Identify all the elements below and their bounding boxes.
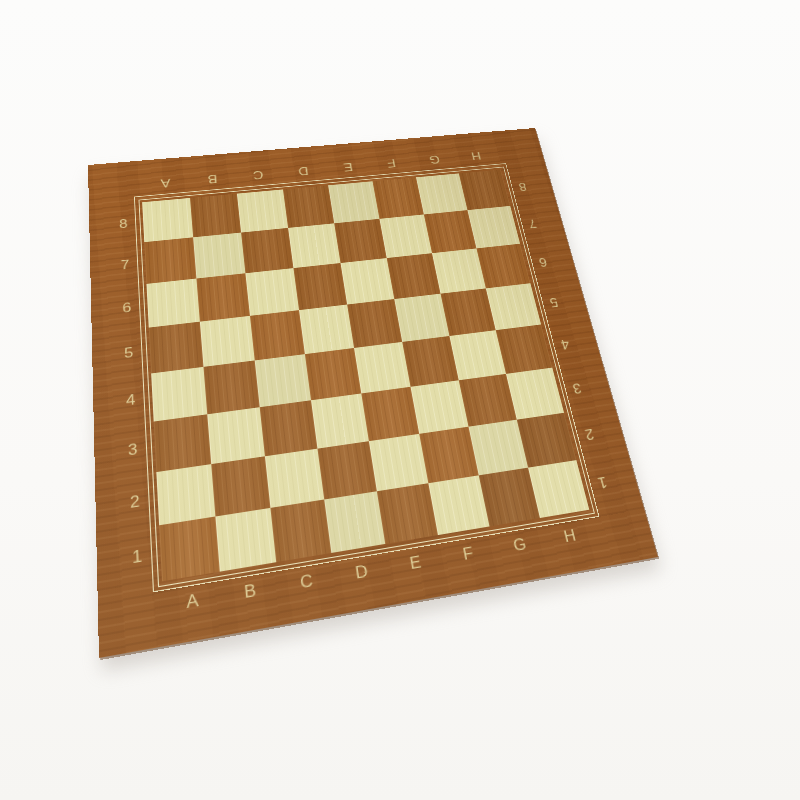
file-label-bottom-g: G [511, 534, 528, 556]
square-e5 [347, 299, 402, 348]
rank-label-right-1: 1 [595, 472, 609, 491]
square-h7 [467, 206, 520, 249]
square-f7 [379, 214, 432, 258]
square-a2 [156, 464, 215, 525]
square-c6 [245, 268, 299, 316]
square-d8 [283, 185, 334, 228]
square-d2 [317, 441, 376, 499]
square-c4 [255, 354, 311, 407]
square-b8 [190, 194, 241, 238]
file-label-top-g: G [427, 152, 440, 166]
file-label-top-h: H [470, 149, 483, 163]
file-label-bottom-e: E [408, 552, 423, 574]
file-label-top-d: D [297, 163, 309, 177]
file-label-bottom-d: D [354, 561, 370, 583]
square-h3 [506, 368, 564, 420]
rank-label-left-5: 5 [124, 344, 134, 362]
square-d1 [324, 491, 385, 553]
square-a3 [154, 414, 212, 472]
rank-label-left-7: 7 [120, 257, 130, 273]
rank-label-right-6: 6 [537, 254, 549, 269]
square-h6 [476, 244, 530, 289]
square-e7 [334, 219, 387, 263]
square-d3 [311, 393, 369, 448]
rank-label-right-2: 2 [582, 424, 595, 442]
rank-label-right-4: 4 [559, 335, 571, 352]
file-label-top-e: E [342, 160, 354, 174]
square-e8 [328, 181, 379, 223]
square-c1 [270, 499, 331, 562]
rank-label-right-8: 8 [517, 179, 528, 193]
file-label-bottom-a: A [186, 590, 200, 613]
square-h8 [459, 170, 510, 211]
square-b6 [196, 273, 250, 321]
rank-label-left-6: 6 [122, 299, 132, 316]
square-a1 [159, 516, 220, 581]
square-d5 [299, 305, 354, 355]
square-f8 [373, 177, 424, 219]
file-label-top-c: C [252, 167, 264, 181]
square-e4 [354, 342, 410, 394]
square-d4 [305, 348, 361, 400]
square-c2 [265, 449, 324, 508]
square-b1 [215, 508, 276, 572]
rank-label-left-4: 4 [126, 391, 137, 410]
square-c3 [260, 400, 318, 456]
square-d6 [293, 263, 347, 310]
square-b2 [211, 456, 270, 516]
square-b4 [203, 360, 259, 414]
square-c8 [237, 189, 288, 232]
rank-label-right-5: 5 [547, 294, 559, 310]
square-a5 [149, 322, 204, 374]
square-b3 [207, 407, 265, 464]
file-label-top-b: B [206, 171, 217, 186]
rank-label-left-3: 3 [128, 440, 139, 460]
scene: ABCDEFGH ABCDEFGH 87654321 87654321 [0, 0, 800, 800]
square-c7 [241, 228, 293, 273]
square-h5 [486, 283, 541, 330]
square-a4 [151, 367, 207, 422]
rank-label-left-2: 2 [130, 491, 141, 512]
square-a6 [146, 279, 199, 328]
square-a7 [144, 237, 196, 284]
square-f5 [394, 294, 449, 342]
file-label-top-a: A [160, 175, 171, 190]
square-f6 [387, 253, 441, 299]
rank-label-left-1: 1 [132, 546, 143, 568]
square-e3 [361, 387, 419, 441]
square-g7 [424, 210, 477, 253]
file-label-bottom-f: F [461, 543, 475, 564]
file-label-top-f: F [386, 156, 397, 170]
rank-label-left-8: 8 [119, 216, 129, 231]
square-a8 [142, 198, 193, 242]
board-squares [142, 170, 589, 582]
rank-label-right-7: 7 [526, 216, 537, 230]
square-e1 [377, 483, 438, 544]
square-h2 [517, 413, 577, 468]
square-d7 [288, 223, 340, 268]
rank-label-right-3: 3 [570, 379, 583, 397]
square-b5 [200, 316, 255, 367]
square-b7 [193, 233, 245, 279]
square-e2 [369, 434, 428, 491]
square-e6 [341, 258, 395, 304]
file-label-bottom-h: H [562, 526, 578, 547]
file-label-bottom-c: C [299, 571, 314, 594]
square-h4 [496, 324, 553, 373]
square-c5 [250, 310, 305, 360]
file-label-bottom-b: B [243, 580, 257, 603]
